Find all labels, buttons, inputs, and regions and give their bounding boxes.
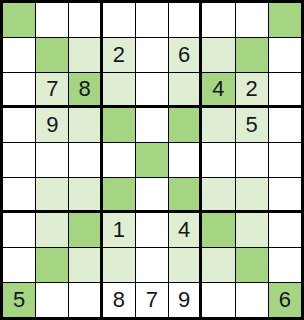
cell-r7c3[interactable] [69,213,101,247]
cell-r6c3[interactable] [69,178,101,212]
cell-r1c5[interactable] [136,3,168,37]
cell-r1c2[interactable] [36,3,68,37]
cell-r7c9[interactable] [269,213,301,247]
cell-r7c7[interactable] [202,213,234,247]
cell-r6c7[interactable] [202,178,234,212]
cell-r8c3[interactable] [69,248,101,282]
cell-r3c3[interactable]: 8 [69,73,101,107]
cell-r2c5[interactable] [136,38,168,72]
cell-r3c4[interactable] [103,73,135,107]
cell-r1c9[interactable] [269,3,301,37]
cell-r5c9[interactable] [269,143,301,177]
sudoku-board: 267842951458796 [0,0,304,320]
cell-r5c5[interactable] [136,143,168,177]
cell-r6c4[interactable] [103,178,135,212]
cell-r7c4[interactable]: 1 [103,213,135,247]
cell-r4c4[interactable] [103,108,135,142]
cell-r9c9[interactable]: 6 [269,283,301,317]
cell-r9c4[interactable]: 8 [103,283,135,317]
cell-r4c9[interactable] [269,108,301,142]
cell-r9c1[interactable]: 5 [3,283,35,317]
cell-r2c7[interactable] [202,38,234,72]
cell-r9c2[interactable] [36,283,68,317]
cell-r3c2[interactable]: 7 [36,73,68,107]
cell-r7c1[interactable] [3,213,35,247]
cell-r5c8[interactable] [236,143,268,177]
cell-r2c6[interactable]: 6 [169,38,201,72]
cell-r1c7[interactable] [202,3,234,37]
cell-r6c9[interactable] [269,178,301,212]
cell-r2c3[interactable] [69,38,101,72]
cell-r7c6[interactable]: 4 [169,213,201,247]
cell-r2c4[interactable]: 2 [103,38,135,72]
cell-r4c7[interactable] [202,108,234,142]
cell-r5c2[interactable] [36,143,68,177]
cell-r7c5[interactable] [136,213,168,247]
cell-r1c1[interactable] [3,3,35,37]
cell-r7c2[interactable] [36,213,68,247]
cell-r9c6[interactable]: 9 [169,283,201,317]
cell-r2c2[interactable] [36,38,68,72]
cell-r4c6[interactable] [169,108,201,142]
cell-r6c2[interactable] [36,178,68,212]
cell-r1c4[interactable] [103,3,135,37]
cell-r4c3[interactable] [69,108,101,142]
cell-r6c1[interactable] [3,178,35,212]
cell-r7c8[interactable] [236,213,268,247]
cell-r6c6[interactable] [169,178,201,212]
cell-r9c8[interactable] [236,283,268,317]
cell-r9c7[interactable] [202,283,234,317]
cell-r4c1[interactable] [3,108,35,142]
cell-r1c6[interactable] [169,3,201,37]
cell-r8c5[interactable] [136,248,168,282]
cell-r2c8[interactable] [236,38,268,72]
cell-r6c5[interactable] [136,178,168,212]
sudoku-puzzle: 267842951458796 [0,0,304,320]
cell-r4c5[interactable] [136,108,168,142]
cell-r8c2[interactable] [36,248,68,282]
cell-r8c8[interactable] [236,248,268,282]
cell-r8c7[interactable] [202,248,234,282]
cell-r3c7[interactable]: 4 [202,73,234,107]
cell-r8c9[interactable] [269,248,301,282]
cell-r8c4[interactable] [103,248,135,282]
cell-r2c9[interactable] [269,38,301,72]
cell-r5c1[interactable] [3,143,35,177]
cell-r1c3[interactable] [69,3,101,37]
cell-r6c8[interactable] [236,178,268,212]
cell-r5c7[interactable] [202,143,234,177]
cell-r3c9[interactable] [269,73,301,107]
cell-r5c6[interactable] [169,143,201,177]
cell-r3c1[interactable] [3,73,35,107]
cell-r3c6[interactable] [169,73,201,107]
cell-r9c5[interactable]: 7 [136,283,168,317]
cell-r8c6[interactable] [169,248,201,282]
cell-r8c1[interactable] [3,248,35,282]
cell-r4c8[interactable]: 5 [236,108,268,142]
cell-r2c1[interactable] [3,38,35,72]
cell-r4c2[interactable]: 9 [36,108,68,142]
cell-r9c3[interactable] [69,283,101,317]
cell-r3c8[interactable]: 2 [236,73,268,107]
cell-r3c5[interactable] [136,73,168,107]
cell-r5c4[interactable] [103,143,135,177]
cell-r5c3[interactable] [69,143,101,177]
cell-r1c8[interactable] [236,3,268,37]
